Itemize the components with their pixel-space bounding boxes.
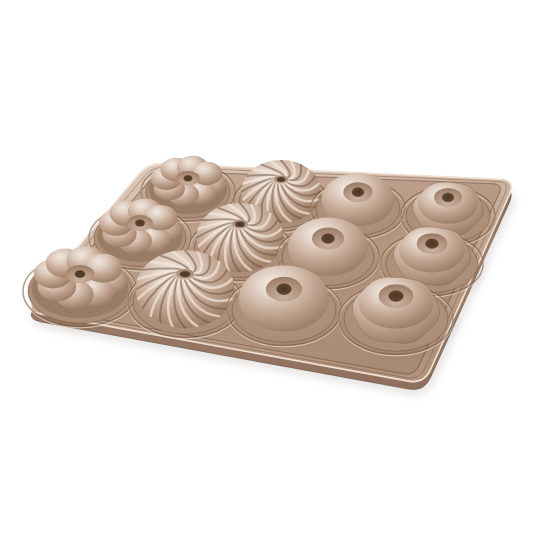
swirl-hole: [180, 271, 191, 277]
faceted-hole: [442, 193, 454, 202]
baking-pan-photo: [0, 0, 545, 545]
donut-hole: [352, 188, 364, 197]
bundt-hole: [75, 270, 85, 277]
product-photo-stage: [0, 0, 545, 545]
donut-hole: [277, 284, 291, 295]
faceted-hole: [426, 239, 439, 249]
swirl-hole: [235, 222, 245, 228]
bundt-hole: [184, 175, 192, 181]
swirl-hole: [277, 177, 286, 182]
mold-layer: [23, 156, 503, 362]
donut-hole: [322, 234, 335, 244]
faceted-hole: [389, 291, 404, 302]
bundt-hole: [136, 220, 145, 226]
